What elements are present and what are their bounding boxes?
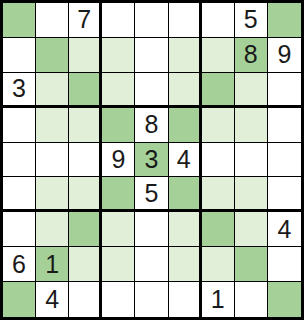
cell-r6c9[interactable] <box>268 177 301 212</box>
cell-r3c9[interactable] <box>268 73 301 108</box>
cell-r1c7[interactable] <box>202 3 235 38</box>
cell-r5c1[interactable] <box>3 143 36 178</box>
cell-r3c1: 3 <box>3 73 36 108</box>
cell-r4c7[interactable] <box>202 108 235 143</box>
cell-r6c4[interactable] <box>102 177 135 212</box>
cell-r7c8[interactable] <box>235 212 268 247</box>
cell-r4c6[interactable] <box>169 108 202 143</box>
cell-r7c2[interactable] <box>36 212 69 247</box>
cell-r7c7[interactable] <box>202 212 235 247</box>
cell-r9c8[interactable] <box>235 282 268 317</box>
cell-r9c5[interactable] <box>135 282 168 317</box>
cell-r8c9[interactable] <box>268 247 301 282</box>
cell-r7c9: 4 <box>268 212 301 247</box>
cell-r6c7[interactable] <box>202 177 235 212</box>
cell-r5c6: 4 <box>169 143 202 178</box>
cell-r4c4[interactable] <box>102 108 135 143</box>
cell-r4c3[interactable] <box>69 108 102 143</box>
cell-r7c6[interactable] <box>169 212 202 247</box>
cell-r1c8: 5 <box>235 3 268 38</box>
cell-r3c2[interactable] <box>36 73 69 108</box>
cell-r9c2: 4 <box>36 282 69 317</box>
cell-r7c4[interactable] <box>102 212 135 247</box>
cell-r5c8[interactable] <box>235 143 268 178</box>
sudoku-board: 758938934546141 <box>0 0 304 320</box>
cell-r8c2: 1 <box>36 247 69 282</box>
cell-r3c4[interactable] <box>102 73 135 108</box>
cell-r2c6[interactable] <box>169 38 202 73</box>
sudoku-page: 758938934546141 <box>0 0 304 320</box>
cell-r5c7[interactable] <box>202 143 235 178</box>
cell-r6c8[interactable] <box>235 177 268 212</box>
cell-r3c7[interactable] <box>202 73 235 108</box>
cell-r5c9[interactable] <box>268 143 301 178</box>
cell-r9c9[interactable] <box>268 282 301 317</box>
cell-r8c6[interactable] <box>169 247 202 282</box>
cell-r4c9[interactable] <box>268 108 301 143</box>
cell-r1c2[interactable] <box>36 3 69 38</box>
cell-r3c8[interactable] <box>235 73 268 108</box>
cell-r1c5[interactable] <box>135 3 168 38</box>
cell-r6c6[interactable] <box>169 177 202 212</box>
cell-r9c4[interactable] <box>102 282 135 317</box>
cell-r5c3[interactable] <box>69 143 102 178</box>
cell-r5c4: 9 <box>102 143 135 178</box>
cell-r6c5: 5 <box>135 177 168 212</box>
cell-r2c7[interactable] <box>202 38 235 73</box>
cell-r4c8[interactable] <box>235 108 268 143</box>
cell-r6c2[interactable] <box>36 177 69 212</box>
cell-r1c4[interactable] <box>102 3 135 38</box>
cell-r5c5: 3 <box>135 143 168 178</box>
cell-r8c1: 6 <box>3 247 36 282</box>
cell-r9c6[interactable] <box>169 282 202 317</box>
cell-r5c2[interactable] <box>36 143 69 178</box>
cell-r7c5[interactable] <box>135 212 168 247</box>
cell-r8c5[interactable] <box>135 247 168 282</box>
cell-r2c1[interactable] <box>3 38 36 73</box>
cell-r3c6[interactable] <box>169 73 202 108</box>
cell-r7c1[interactable] <box>3 212 36 247</box>
cell-r9c1[interactable] <box>3 282 36 317</box>
cell-r8c4[interactable] <box>102 247 135 282</box>
cell-r8c3[interactable] <box>69 247 102 282</box>
cell-r1c6[interactable] <box>169 3 202 38</box>
cell-r4c5: 8 <box>135 108 168 143</box>
cell-r8c7[interactable] <box>202 247 235 282</box>
cell-r1c1[interactable] <box>3 3 36 38</box>
cell-r2c4[interactable] <box>102 38 135 73</box>
cell-r2c5[interactable] <box>135 38 168 73</box>
cell-r9c7: 1 <box>202 282 235 317</box>
cell-r4c2[interactable] <box>36 108 69 143</box>
cell-r2c3[interactable] <box>69 38 102 73</box>
cell-r2c8: 8 <box>235 38 268 73</box>
cell-r8c8[interactable] <box>235 247 268 282</box>
cell-r3c3[interactable] <box>69 73 102 108</box>
cell-r1c3: 7 <box>69 3 102 38</box>
cell-r4c1[interactable] <box>3 108 36 143</box>
cell-r7c3[interactable] <box>69 212 102 247</box>
cell-r2c9: 9 <box>268 38 301 73</box>
cell-r1c9[interactable] <box>268 3 301 38</box>
cell-r6c3[interactable] <box>69 177 102 212</box>
cell-r9c3[interactable] <box>69 282 102 317</box>
cell-r3c5[interactable] <box>135 73 168 108</box>
cell-r6c1[interactable] <box>3 177 36 212</box>
cell-r2c2[interactable] <box>36 38 69 73</box>
